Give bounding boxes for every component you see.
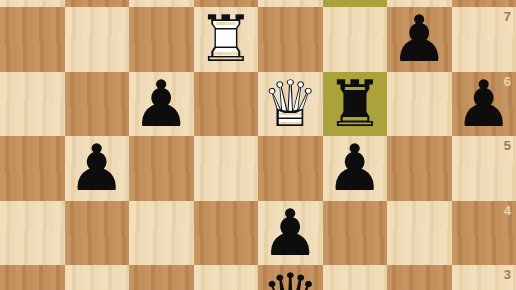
square-b4[interactable] (65, 201, 130, 266)
black-pawn-glyph: ♟ (323, 136, 388, 201)
square-c7[interactable] (129, 7, 194, 72)
square-a6[interactable] (0, 72, 65, 137)
square-h3[interactable]: 3 (452, 265, 516, 290)
chess-board: 8♜♖♟7♟♛♕♜♟6♟♟5♟4♛321 (0, 0, 516, 290)
square-h4[interactable]: 4 (452, 201, 516, 266)
square-a4[interactable] (0, 201, 65, 266)
white-rook[interactable]: ♜♖ (194, 7, 259, 72)
square-b3[interactable] (65, 265, 130, 290)
square-g4[interactable] (387, 201, 452, 266)
black-pawn-glyph: ♟ (129, 72, 194, 137)
square-e6[interactable]: ♛♕ (258, 72, 323, 137)
chess-board-viewport: 8♜♖♟7♟♛♕♜♟6♟♟5♟4♛321 (0, 0, 516, 290)
black-pawn-glyph: ♟ (452, 72, 516, 137)
square-e7[interactable] (258, 7, 323, 72)
black-rook-glyph: ♜ (323, 72, 388, 137)
square-g3[interactable] (387, 265, 452, 290)
black-queen[interactable]: ♛ (258, 265, 323, 290)
black-pawn[interactable]: ♟ (452, 72, 516, 137)
square-c5[interactable] (129, 136, 194, 201)
square-a7[interactable] (0, 7, 65, 72)
square-f4[interactable] (323, 201, 388, 266)
square-a8[interactable] (0, 0, 65, 7)
white-queen-outline: ♕ (258, 72, 323, 137)
square-e3[interactable]: ♛ (258, 265, 323, 290)
square-e4[interactable]: ♟ (258, 201, 323, 266)
rank-label-4: 4 (504, 204, 511, 217)
white-rook-outline: ♖ (194, 7, 259, 72)
square-h8[interactable]: 8 (452, 0, 516, 7)
square-g6[interactable] (387, 72, 452, 137)
black-pawn-glyph: ♟ (258, 201, 323, 266)
rank-label-5: 5 (504, 139, 511, 152)
square-a3[interactable] (0, 265, 65, 290)
square-d4[interactable] (194, 201, 259, 266)
square-a5[interactable] (0, 136, 65, 201)
square-c6[interactable]: ♟ (129, 72, 194, 137)
black-pawn[interactable]: ♟ (129, 72, 194, 137)
square-b7[interactable] (65, 7, 130, 72)
square-d7[interactable]: ♜♖ (194, 7, 259, 72)
square-f5[interactable]: ♟ (323, 136, 388, 201)
square-b8[interactable] (65, 0, 130, 7)
square-h7[interactable]: 7 (452, 7, 516, 72)
square-f3[interactable] (323, 265, 388, 290)
black-pawn[interactable]: ♟ (258, 201, 323, 266)
square-f7[interactable] (323, 7, 388, 72)
square-d6[interactable] (194, 72, 259, 137)
square-f8[interactable] (323, 0, 388, 7)
black-pawn[interactable]: ♟ (65, 136, 130, 201)
square-e5[interactable] (258, 136, 323, 201)
black-pawn-glyph: ♟ (387, 7, 452, 72)
square-b5[interactable]: ♟ (65, 136, 130, 201)
black-queen-glyph: ♛ (258, 265, 323, 290)
square-b6[interactable] (65, 72, 130, 137)
black-pawn-glyph: ♟ (65, 136, 130, 201)
black-pawn[interactable]: ♟ (323, 136, 388, 201)
square-g5[interactable] (387, 136, 452, 201)
black-rook[interactable]: ♜ (323, 72, 388, 137)
black-pawn[interactable]: ♟ (387, 7, 452, 72)
square-h6[interactable]: ♟6 (452, 72, 516, 137)
square-h5[interactable]: 5 (452, 136, 516, 201)
square-e8[interactable] (258, 0, 323, 7)
white-queen[interactable]: ♛♕ (258, 72, 323, 137)
square-f6[interactable]: ♜ (323, 72, 388, 137)
square-c3[interactable] (129, 265, 194, 290)
square-g7[interactable]: ♟ (387, 7, 452, 72)
rank-label-7: 7 (504, 10, 511, 23)
square-d5[interactable] (194, 136, 259, 201)
square-c8[interactable] (129, 0, 194, 7)
rank-label-3: 3 (504, 268, 511, 281)
square-d3[interactable] (194, 265, 259, 290)
square-c4[interactable] (129, 201, 194, 266)
